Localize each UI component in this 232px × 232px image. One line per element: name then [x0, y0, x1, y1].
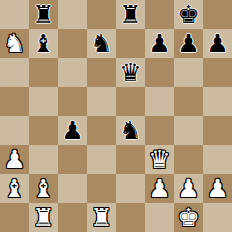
square-c2[interactable]	[58, 174, 87, 203]
white-knight-piece[interactable]: ♞	[3, 29, 25, 58]
square-d8[interactable]	[87, 0, 116, 29]
black-queen-piece[interactable]: ♛	[119, 58, 141, 87]
square-g5[interactable]	[174, 87, 203, 116]
square-g7[interactable]: ♟	[174, 29, 203, 58]
black-pawn-piece[interactable]: ♟	[61, 116, 83, 145]
square-c5[interactable]	[58, 87, 87, 116]
white-pawn-piece[interactable]: ♟	[148, 174, 170, 203]
square-d7[interactable]: ♞	[87, 29, 116, 58]
black-rook-piece[interactable]: ♜	[32, 0, 54, 29]
square-b2[interactable]: ♝	[29, 174, 58, 203]
square-g1[interactable]: ♚	[174, 203, 203, 232]
white-king-piece[interactable]: ♚	[177, 203, 199, 232]
square-e1[interactable]	[116, 203, 145, 232]
square-g2[interactable]: ♟	[174, 174, 203, 203]
square-f5[interactable]	[145, 87, 174, 116]
square-e6[interactable]: ♛	[116, 58, 145, 87]
white-rook-piece[interactable]: ♜	[90, 203, 112, 232]
black-king-piece[interactable]: ♚	[177, 0, 199, 29]
square-d6[interactable]	[87, 58, 116, 87]
white-bishop-piece[interactable]: ♝	[3, 174, 25, 203]
square-f4[interactable]	[145, 116, 174, 145]
square-a5[interactable]	[0, 87, 29, 116]
square-a6[interactable]	[0, 58, 29, 87]
square-b1[interactable]: ♜	[29, 203, 58, 232]
square-a8[interactable]	[0, 0, 29, 29]
square-c6[interactable]	[58, 58, 87, 87]
chess-board: ♜♜♚♞♝♞♟♟♟♛♟♞♟♛♝♝♟♟♟♜♜♚	[0, 0, 232, 232]
square-b8[interactable]: ♜	[29, 0, 58, 29]
square-h3[interactable]	[203, 145, 232, 174]
square-e3[interactable]	[116, 145, 145, 174]
square-b4[interactable]	[29, 116, 58, 145]
square-f7[interactable]: ♟	[145, 29, 174, 58]
square-b5[interactable]	[29, 87, 58, 116]
square-h6[interactable]	[203, 58, 232, 87]
square-g3[interactable]	[174, 145, 203, 174]
square-c7[interactable]	[58, 29, 87, 58]
square-a1[interactable]	[0, 203, 29, 232]
square-f1[interactable]	[145, 203, 174, 232]
square-e8[interactable]: ♜	[116, 0, 145, 29]
square-e4[interactable]: ♞	[116, 116, 145, 145]
square-d5[interactable]	[87, 87, 116, 116]
square-h4[interactable]	[203, 116, 232, 145]
square-h7[interactable]: ♟	[203, 29, 232, 58]
square-g4[interactable]	[174, 116, 203, 145]
square-h2[interactable]: ♟	[203, 174, 232, 203]
square-h8[interactable]	[203, 0, 232, 29]
square-g8[interactable]: ♚	[174, 0, 203, 29]
square-c3[interactable]	[58, 145, 87, 174]
square-a3[interactable]: ♟	[0, 145, 29, 174]
square-b6[interactable]	[29, 58, 58, 87]
square-h5[interactable]	[203, 87, 232, 116]
square-b3[interactable]	[29, 145, 58, 174]
square-a2[interactable]: ♝	[0, 174, 29, 203]
black-rook-piece[interactable]: ♜	[119, 0, 141, 29]
white-rook-piece[interactable]: ♜	[32, 203, 54, 232]
white-pawn-piece[interactable]: ♟	[177, 174, 199, 203]
square-a4[interactable]	[0, 116, 29, 145]
square-d3[interactable]	[87, 145, 116, 174]
square-d4[interactable]	[87, 116, 116, 145]
square-d1[interactable]: ♜	[87, 203, 116, 232]
square-f3[interactable]: ♛	[145, 145, 174, 174]
white-queen-piece[interactable]: ♛	[148, 145, 170, 174]
square-b7[interactable]: ♝	[29, 29, 58, 58]
square-e2[interactable]	[116, 174, 145, 203]
white-bishop-piece[interactable]: ♝	[32, 174, 54, 203]
square-e7[interactable]	[116, 29, 145, 58]
square-d2[interactable]	[87, 174, 116, 203]
square-f8[interactable]	[145, 0, 174, 29]
square-f6[interactable]	[145, 58, 174, 87]
square-c4[interactable]: ♟	[58, 116, 87, 145]
black-knight-piece[interactable]: ♞	[90, 29, 112, 58]
black-knight-piece[interactable]: ♞	[119, 116, 141, 145]
square-a7[interactable]: ♞	[0, 29, 29, 58]
white-pawn-piece[interactable]: ♟	[206, 174, 228, 203]
square-g6[interactable]	[174, 58, 203, 87]
black-pawn-piece[interactable]: ♟	[148, 29, 170, 58]
white-pawn-piece[interactable]: ♟	[3, 145, 25, 174]
black-bishop-piece[interactable]: ♝	[32, 29, 54, 58]
square-c8[interactable]	[58, 0, 87, 29]
black-pawn-piece[interactable]: ♟	[177, 29, 199, 58]
square-h1[interactable]	[203, 203, 232, 232]
square-f2[interactable]: ♟	[145, 174, 174, 203]
square-e5[interactable]	[116, 87, 145, 116]
black-pawn-piece[interactable]: ♟	[206, 29, 228, 58]
square-c1[interactable]	[58, 203, 87, 232]
